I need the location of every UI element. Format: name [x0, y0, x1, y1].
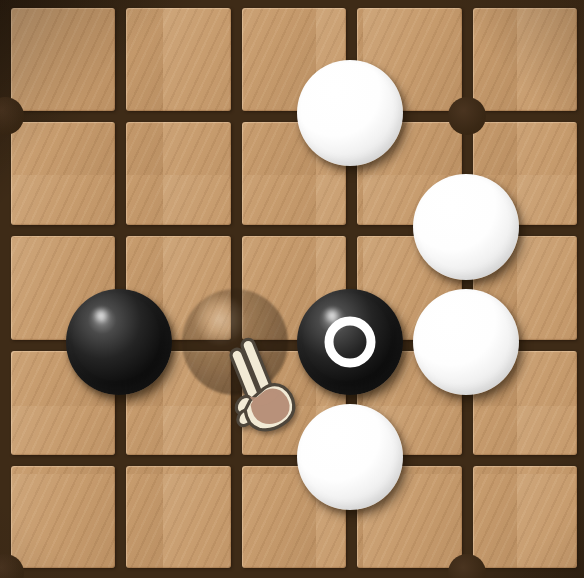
board-cell[interactable] — [11, 8, 115, 111]
star-point — [448, 97, 486, 135]
white-stone — [297, 404, 403, 510]
board-cell[interactable] — [11, 466, 115, 568]
white-stone — [413, 174, 519, 280]
white-stone — [413, 289, 519, 395]
board-cell[interactable] — [126, 466, 231, 568]
two-finger-tap-cursor-icon — [222, 336, 300, 436]
board-cell[interactable] — [473, 466, 577, 568]
board-cell[interactable] — [126, 8, 231, 111]
go-board[interactable] — [0, 0, 584, 578]
black-stone-last-move — [297, 289, 403, 395]
last-move-marker-ring — [325, 317, 376, 368]
black-stone — [66, 289, 172, 395]
board-cell[interactable] — [473, 8, 577, 111]
white-stone — [297, 60, 403, 166]
board-cell[interactable] — [126, 122, 231, 225]
board-cell[interactable] — [11, 122, 115, 225]
